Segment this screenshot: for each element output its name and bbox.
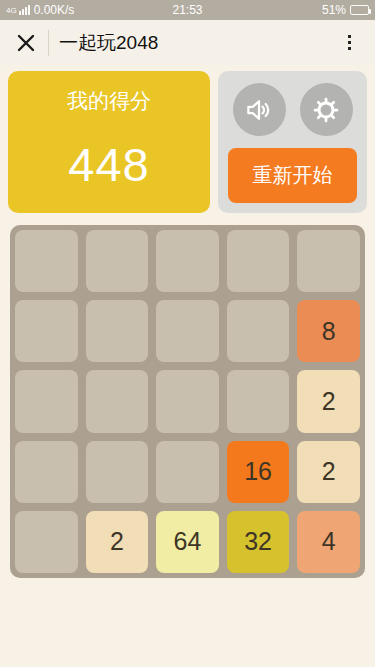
board-cell-empty xyxy=(15,441,78,503)
nav-divider xyxy=(48,30,49,56)
board-cell-empty xyxy=(15,511,78,573)
score-value: 448 xyxy=(8,137,210,192)
game-board[interactable]: 82162264324 xyxy=(10,225,365,578)
board-cell-empty xyxy=(227,230,290,292)
board-cell-empty xyxy=(86,441,149,503)
network-type-label: 4G xyxy=(6,7,17,15)
restart-button[interactable]: 重新开始 xyxy=(228,148,357,203)
board-cell-empty xyxy=(15,370,78,432)
page-title: 一起玩2048 xyxy=(59,30,158,56)
menu-button[interactable] xyxy=(335,29,363,57)
board-cell-empty xyxy=(227,300,290,362)
board-cell-empty xyxy=(15,300,78,362)
tile-32: 32 xyxy=(227,511,290,573)
score-box: 我的得分 448 xyxy=(8,71,210,213)
tile-16: 16 xyxy=(227,441,290,503)
board-cell-empty xyxy=(156,300,219,362)
network-speed: 0.00K/s xyxy=(34,3,75,17)
board-cell-empty xyxy=(86,300,149,362)
board-cell-empty xyxy=(156,230,219,292)
board-cell-empty xyxy=(156,370,219,432)
tile-64: 64 xyxy=(156,511,219,573)
speaker-icon xyxy=(244,95,274,125)
battery-percent: 51% xyxy=(322,3,346,17)
board-cell-empty xyxy=(86,230,149,292)
board-cell-empty xyxy=(156,441,219,503)
tile-2: 2 xyxy=(297,370,360,432)
nav-bar: 一起玩2048 xyxy=(0,20,375,65)
board-cell-empty xyxy=(227,370,290,432)
score-label: 我的得分 xyxy=(8,87,210,115)
close-icon xyxy=(16,33,36,53)
board-cell-empty xyxy=(86,370,149,432)
signal-icon: 4G xyxy=(6,5,30,15)
control-panel: 重新开始 xyxy=(218,71,367,213)
tile-4: 4 xyxy=(297,511,360,573)
gear-icon xyxy=(311,95,341,125)
top-panel: 我的得分 448 xyxy=(8,71,367,213)
sound-button[interactable] xyxy=(233,83,286,136)
close-button[interactable] xyxy=(12,29,40,57)
tile-2: 2 xyxy=(86,511,149,573)
battery-icon xyxy=(350,5,369,15)
tile-8: 8 xyxy=(297,300,360,362)
status-bar: 21:53 4G 0.00K/s 51% xyxy=(0,0,375,20)
board-cell-empty xyxy=(297,230,360,292)
tile-2: 2 xyxy=(297,441,360,503)
settings-button[interactable] xyxy=(300,83,353,136)
ellipsis-icon xyxy=(348,35,351,38)
board-cell-empty xyxy=(15,230,78,292)
